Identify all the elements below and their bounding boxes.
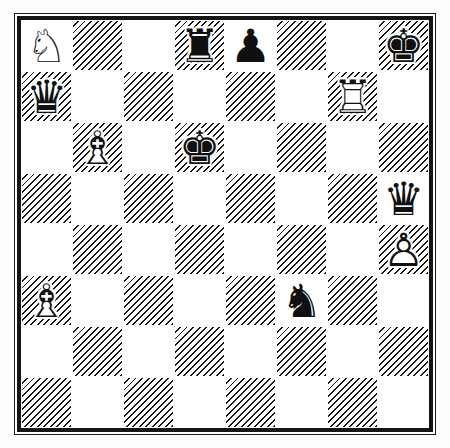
square-d1[interactable]	[174, 377, 225, 428]
square-c2[interactable]	[123, 326, 174, 377]
black-king[interactable]: ♚	[174, 122, 225, 173]
square-e7[interactable]	[225, 71, 276, 122]
square-c6[interactable]	[123, 122, 174, 173]
square-d7[interactable]	[174, 71, 225, 122]
square-g8[interactable]	[327, 20, 378, 71]
square-e3[interactable]	[225, 275, 276, 326]
square-g2[interactable]	[327, 326, 378, 377]
square-a5[interactable]	[21, 173, 72, 224]
square-e2[interactable]	[225, 326, 276, 377]
square-f5[interactable]	[276, 173, 327, 224]
square-h6[interactable]	[378, 122, 429, 173]
square-c8[interactable]	[123, 20, 174, 71]
white-bishop[interactable]: ♝♗	[72, 122, 123, 173]
chess-board: ♞♘♜♟♚♛♜♖♝♗♚♛♟♙♝♗♞	[21, 20, 429, 428]
square-c1[interactable]	[123, 377, 174, 428]
square-b1[interactable]	[72, 377, 123, 428]
square-a1[interactable]	[21, 377, 72, 428]
square-g1[interactable]	[327, 377, 378, 428]
square-a2[interactable]	[21, 326, 72, 377]
square-d3[interactable]	[174, 275, 225, 326]
square-a7[interactable]: ♛	[21, 71, 72, 122]
black-queen[interactable]: ♛	[21, 71, 72, 122]
square-b8[interactable]	[72, 20, 123, 71]
square-a8[interactable]: ♞♘	[21, 20, 72, 71]
square-h3[interactable]	[378, 275, 429, 326]
white-pawn-outline-layer: ♙	[378, 224, 429, 275]
square-e4[interactable]	[225, 224, 276, 275]
square-g5[interactable]	[327, 173, 378, 224]
board-inner-frame: ♞♘♜♟♚♛♜♖♝♗♚♛♟♙♝♗♞	[17, 16, 433, 432]
square-e6[interactable]	[225, 122, 276, 173]
square-h8[interactable]: ♚	[378, 20, 429, 71]
square-f6[interactable]	[276, 122, 327, 173]
square-h2[interactable]	[378, 326, 429, 377]
square-b7[interactable]	[72, 71, 123, 122]
square-a6[interactable]	[21, 122, 72, 173]
white-rook[interactable]: ♜♖	[327, 71, 378, 122]
square-d2[interactable]	[174, 326, 225, 377]
white-rook-outline-layer: ♖	[327, 71, 378, 122]
black-knight[interactable]: ♞	[276, 275, 327, 326]
square-c7[interactable]	[123, 71, 174, 122]
board-outer-frame: ♞♘♜♟♚♛♜♖♝♗♚♛♟♙♝♗♞	[14, 13, 436, 435]
square-e5[interactable]	[225, 173, 276, 224]
square-h7[interactable]	[378, 71, 429, 122]
square-g4[interactable]	[327, 224, 378, 275]
black-king[interactable]: ♚	[378, 20, 429, 71]
square-f7[interactable]	[276, 71, 327, 122]
square-f3[interactable]: ♞	[276, 275, 327, 326]
square-g3[interactable]	[327, 275, 378, 326]
square-e1[interactable]	[225, 377, 276, 428]
square-d4[interactable]	[174, 224, 225, 275]
square-c4[interactable]	[123, 224, 174, 275]
square-d6[interactable]: ♚	[174, 122, 225, 173]
black-rook[interactable]: ♜	[174, 20, 225, 71]
square-a3[interactable]: ♝♗	[21, 275, 72, 326]
square-b2[interactable]	[72, 326, 123, 377]
square-h1[interactable]	[378, 377, 429, 428]
square-f2[interactable]	[276, 326, 327, 377]
square-f8[interactable]	[276, 20, 327, 71]
square-g6[interactable]	[327, 122, 378, 173]
square-c3[interactable]	[123, 275, 174, 326]
square-c5[interactable]	[123, 173, 174, 224]
square-e8[interactable]: ♟	[225, 20, 276, 71]
white-bishop-outline-layer: ♗	[21, 275, 72, 326]
white-bishop[interactable]: ♝♗	[21, 275, 72, 326]
square-d8[interactable]: ♜	[174, 20, 225, 71]
black-pawn[interactable]: ♟	[225, 20, 276, 71]
white-knight[interactable]: ♞♘	[21, 20, 72, 71]
square-b5[interactable]	[72, 173, 123, 224]
square-f4[interactable]	[276, 224, 327, 275]
square-a4[interactable]	[21, 224, 72, 275]
black-queen[interactable]: ♛	[378, 173, 429, 224]
square-b4[interactable]	[72, 224, 123, 275]
square-d5[interactable]	[174, 173, 225, 224]
diagram-page: ♞♘♜♟♚♛♜♖♝♗♚♛♟♙♝♗♞	[0, 0, 450, 448]
square-b3[interactable]	[72, 275, 123, 326]
square-h4[interactable]: ♟♙	[378, 224, 429, 275]
square-f1[interactable]	[276, 377, 327, 428]
white-bishop-outline-layer: ♗	[72, 122, 123, 173]
square-b6[interactable]: ♝♗	[72, 122, 123, 173]
square-h5[interactable]: ♛	[378, 173, 429, 224]
white-pawn[interactable]: ♟♙	[378, 224, 429, 275]
white-knight-outline-layer: ♘	[21, 20, 72, 71]
square-g7[interactable]: ♜♖	[327, 71, 378, 122]
